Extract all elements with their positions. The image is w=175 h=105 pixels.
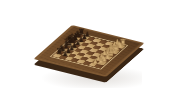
black-rook: ♜ [66,29,97,37]
square-f2: ♟ [104,48,113,52]
square-g1: ♞ [113,47,122,51]
square-h5 [93,38,102,42]
square-e2: ♟ [101,51,110,55]
square-e7: ♟ [71,44,80,48]
black-knight: ♞ [47,44,78,53]
square-c1: ♝ [101,58,110,62]
black-pawn: ♟ [72,32,103,39]
black-pawn: ♟ [59,43,90,50]
black-bishop: ♝ [60,32,91,42]
white-pawn: ♟ [99,42,130,49]
board-scene: ♜♞♝♛♚♝♞♜♟♟♟♟♟♟♟♟♟♟♟♟♟♟♟♟♜♞♝♛♚♝♞♜ [48,10,130,92]
square-f8: ♝ [68,39,77,43]
square-g6 [83,40,92,44]
black-king: ♚ [57,32,88,45]
white-pawn: ♟ [102,39,133,46]
square-f1: ♝ [110,50,119,54]
chess-board-grid: ♜♞♝♛♚♝♞♜♟♟♟♟♟♟♟♟♟♟♟♟♟♟♟♟♜♞♝♛♚♝♞♜ [52,34,125,68]
square-h7: ♟ [81,35,90,39]
square-g5 [89,41,98,45]
square-g3 [101,44,110,48]
square-e5 [83,47,92,51]
square-h4 [99,40,108,44]
square-f3 [98,47,107,51]
square-f4 [92,45,101,49]
chess-board: ♜♞♝♛♚♝♞♜♟♟♟♟♟♟♟♟♟♟♟♟♟♟♟♟♜♞♝♛♚♝♞♜ [34,25,145,77]
square-h2: ♟ [110,43,119,47]
square-e6 [77,45,86,49]
white-rook: ♜ [108,39,139,47]
square-h8: ♜ [75,34,84,38]
white-pawn: ♟ [96,45,127,52]
black-pawn: ♟ [66,37,97,44]
square-h6 [87,37,96,41]
square-e8: ♚ [65,42,74,46]
square-g4 [95,43,104,47]
square-f5 [86,44,95,48]
square-d7: ♟ [68,47,77,51]
white-knight: ♞ [105,41,136,50]
square-h3 [104,41,113,45]
black-bishop: ♝ [50,41,81,51]
product-photo-chess-set[interactable]: ♜♞♝♛♚♝♞♜♟♟♟♟♟♟♟♟♟♟♟♟♟♟♟♟♜♞♝♛♚♝♞♜ [0,0,175,105]
black-queen: ♛ [53,36,84,48]
black-knight: ♞ [63,30,94,39]
square-g8: ♞ [71,37,80,41]
square-f6 [80,42,89,46]
white-pawn: ♟ [92,47,123,54]
black-pawn: ♟ [69,34,100,41]
black-pawn: ♟ [63,40,94,47]
square-g2: ♟ [107,46,116,50]
square-h1: ♜ [116,44,125,48]
square-c7: ♟ [65,49,74,53]
square-f7: ♟ [74,41,83,45]
square-d8: ♛ [62,45,71,49]
square-g7: ♟ [77,38,86,42]
